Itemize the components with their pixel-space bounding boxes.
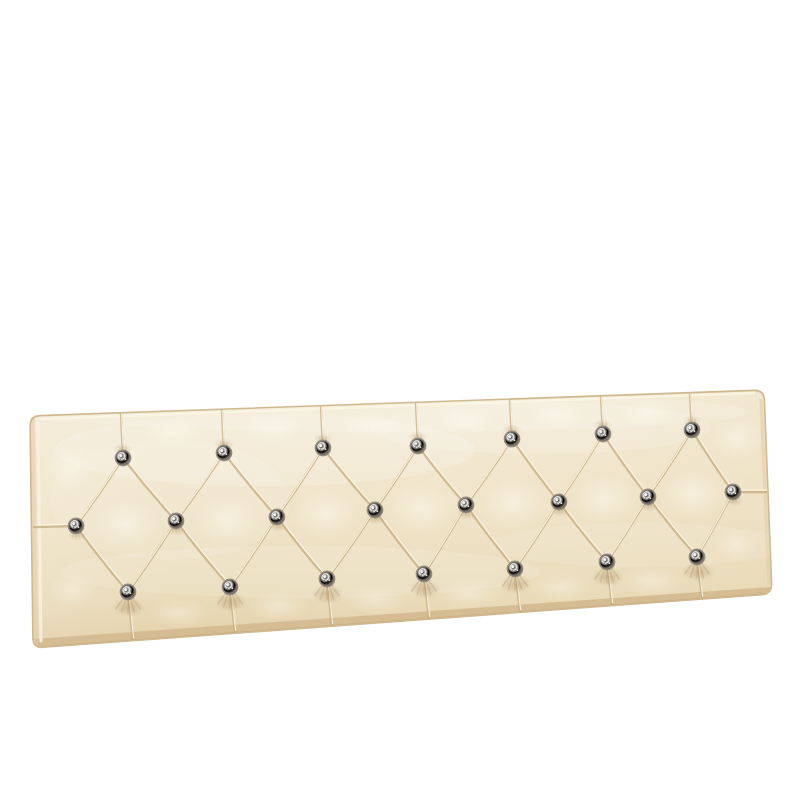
crystal-button <box>115 450 130 465</box>
crystal-button <box>168 513 183 528</box>
crystal-button <box>222 579 237 594</box>
crystal-button <box>599 554 614 569</box>
crystal-button <box>640 489 655 504</box>
crystal-button <box>269 509 284 524</box>
crystal-button <box>458 497 473 512</box>
crystal-button <box>689 549 704 564</box>
headboard-photo <box>0 0 800 800</box>
crystal-button <box>551 494 566 509</box>
crystal-button <box>319 571 334 586</box>
crystal-button <box>120 584 135 599</box>
crystal-button <box>216 445 231 460</box>
headboard-product-image <box>0 0 800 800</box>
crystal-button <box>504 431 519 446</box>
crystal-button <box>595 426 610 441</box>
crystal-button <box>416 566 431 581</box>
crystal-button <box>315 440 330 455</box>
crystal-button <box>68 518 83 533</box>
product-photo-canvas <box>0 0 800 800</box>
headboard-surface <box>0 370 800 670</box>
crystal-button <box>410 438 425 453</box>
crystal-button <box>367 502 382 517</box>
crystal-button <box>725 484 740 499</box>
crystal-button <box>684 422 699 437</box>
crystal-button <box>507 561 522 576</box>
